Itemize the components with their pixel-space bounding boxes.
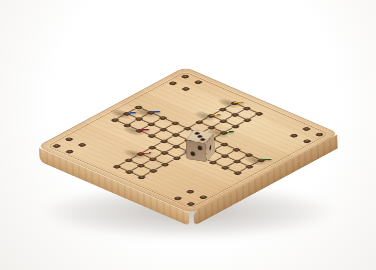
pawn-head	[215, 101, 231, 117]
die-pip	[198, 146, 202, 151]
die-face-front	[186, 140, 207, 163]
pawn-head	[118, 84, 133, 99]
pawn-head	[131, 121, 148, 138]
pawn-head	[130, 100, 146, 116]
pawn-head	[142, 83, 157, 98]
board-scene	[76, 28, 299, 251]
pawn-body	[224, 74, 244, 104]
pawn-head	[202, 86, 217, 101]
pawn-head	[226, 74, 241, 89]
die-pip	[210, 145, 212, 151]
pawn-head	[251, 127, 268, 144]
die-pip	[200, 138, 206, 141]
pawn-body	[212, 101, 234, 133]
pawn-body	[249, 127, 272, 161]
board-plane	[37, 67, 339, 214]
pawn-body	[128, 121, 151, 154]
die-pip	[190, 152, 194, 157]
